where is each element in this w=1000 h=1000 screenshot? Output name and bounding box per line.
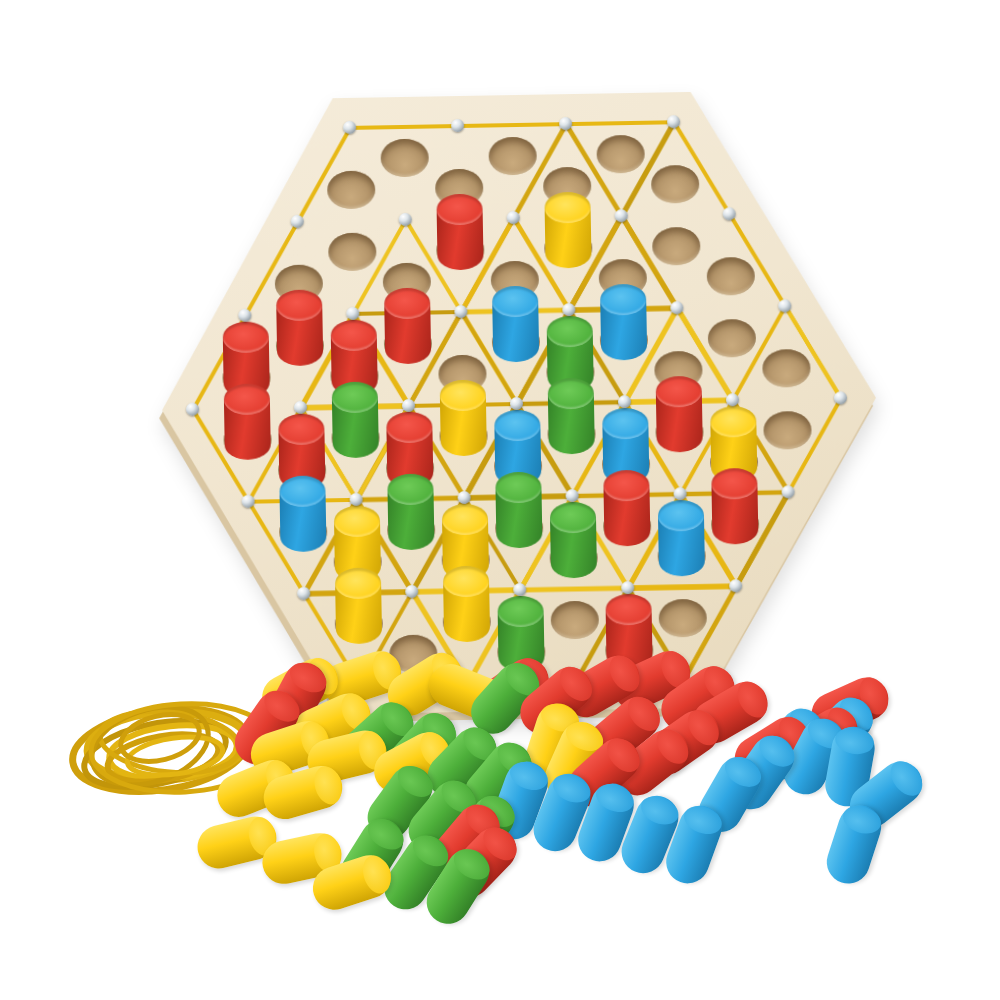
peg-green[interactable] bbox=[548, 378, 595, 455]
pile-peg-green[interactable] bbox=[419, 841, 498, 932]
steel-pin bbox=[569, 675, 582, 688]
pile-peg-blue[interactable] bbox=[527, 767, 597, 857]
pile-peg-end-cap bbox=[362, 813, 409, 856]
pile-peg-end-cap bbox=[803, 713, 850, 754]
peg-red[interactable] bbox=[605, 594, 652, 671]
pile-peg-end-cap bbox=[459, 798, 506, 843]
pile-peg-red[interactable] bbox=[775, 700, 866, 777]
peg-blue[interactable] bbox=[492, 286, 539, 363]
peg-green[interactable] bbox=[387, 474, 434, 551]
steel-pin bbox=[723, 207, 736, 220]
rubber-band[interactable] bbox=[785, 305, 841, 399]
pile-peg-end-cap bbox=[448, 843, 495, 886]
pile-peg-end-cap bbox=[592, 779, 638, 817]
peg-red[interactable] bbox=[436, 194, 483, 271]
pile-peg-green[interactable] bbox=[376, 827, 456, 917]
peg-blue[interactable] bbox=[600, 284, 647, 361]
rubber-band-coil[interactable] bbox=[55, 688, 285, 828]
pile-peg-end-cap bbox=[310, 763, 346, 808]
steel-pin bbox=[461, 677, 474, 690]
pile-peg-end-cap bbox=[491, 736, 538, 781]
pile-peg-end-cap bbox=[773, 711, 816, 758]
pile-peg-end-cap bbox=[637, 791, 683, 830]
pile-peg-green[interactable] bbox=[441, 788, 523, 878]
pile-peg-red[interactable] bbox=[424, 796, 508, 885]
pile-peg-blue[interactable] bbox=[721, 727, 802, 817]
peg-red[interactable] bbox=[384, 288, 431, 365]
peg-red[interactable] bbox=[711, 468, 758, 545]
peg-green[interactable] bbox=[332, 381, 379, 458]
pile-peg-blue[interactable] bbox=[691, 749, 768, 840]
pile-peg-green[interactable] bbox=[333, 811, 412, 902]
pile-peg-end-cap bbox=[392, 759, 439, 803]
pile-peg-end-cap bbox=[474, 789, 521, 833]
board bbox=[157, 89, 882, 717]
peg-blue[interactable] bbox=[658, 500, 705, 577]
pile-peg-blue[interactable] bbox=[776, 711, 852, 802]
pile-peg-blue[interactable] bbox=[748, 700, 832, 789]
pile-peg-yellow[interactable] bbox=[367, 725, 458, 801]
pile-peg-end-cap bbox=[296, 718, 333, 763]
pile-peg-end-cap bbox=[720, 751, 767, 793]
peg-blue[interactable] bbox=[279, 475, 326, 552]
board-wrap bbox=[157, 89, 882, 717]
peg-yellow[interactable] bbox=[544, 192, 591, 269]
peg-red[interactable] bbox=[603, 470, 650, 547]
peg-yellow[interactable] bbox=[443, 566, 490, 643]
pile-peg-yellow[interactable] bbox=[307, 850, 396, 916]
pile-peg-blue[interactable] bbox=[660, 800, 728, 890]
pile-peg-end-cap bbox=[477, 821, 523, 867]
pile-peg-end-cap bbox=[753, 729, 800, 773]
pile-peg-end-cap bbox=[549, 769, 595, 808]
pile-peg-end-cap bbox=[457, 721, 503, 767]
pile-peg-blue[interactable] bbox=[821, 800, 887, 889]
pile-peg-blue[interactable] bbox=[572, 778, 640, 868]
pile-peg-blue[interactable] bbox=[615, 789, 685, 879]
pile-peg-red[interactable] bbox=[439, 819, 526, 906]
steel-pin bbox=[186, 403, 199, 416]
pile-peg-red[interactable] bbox=[560, 730, 648, 815]
pile-peg-blue[interactable] bbox=[822, 723, 878, 809]
pile-peg-yellow[interactable] bbox=[538, 715, 610, 806]
pile-peg-end-cap bbox=[783, 702, 830, 747]
pile-peg-green[interactable] bbox=[456, 734, 540, 823]
peg-green[interactable] bbox=[495, 472, 542, 549]
product-photo-scene bbox=[0, 0, 1000, 1000]
peg-yellow[interactable] bbox=[440, 380, 487, 457]
pile-peg-red[interactable] bbox=[607, 721, 697, 804]
pile-peg-end-cap bbox=[680, 801, 726, 839]
pile-peg-end-cap bbox=[414, 727, 455, 774]
peg-red[interactable] bbox=[276, 289, 323, 366]
pile-peg-green[interactable] bbox=[359, 758, 441, 848]
peg-green[interactable] bbox=[550, 502, 597, 579]
pile-peg-end-cap bbox=[355, 728, 390, 772]
peg-red[interactable] bbox=[224, 383, 271, 460]
pile-peg-end-cap bbox=[884, 755, 928, 802]
peg-yellow[interactable] bbox=[335, 567, 382, 644]
pile-peg-end-cap bbox=[822, 702, 864, 749]
pile-peg-end-cap bbox=[358, 852, 395, 897]
pile-peg-end-cap bbox=[561, 717, 607, 757]
pile-peg-green[interactable] bbox=[419, 719, 506, 806]
peg-green[interactable] bbox=[497, 596, 544, 673]
pile-peg-end-cap bbox=[407, 829, 454, 872]
pile-peg-yellow[interactable] bbox=[303, 726, 391, 787]
pile-peg-end-cap bbox=[650, 723, 694, 770]
pile-peg-yellow[interactable] bbox=[258, 829, 345, 888]
pile-peg-green[interactable] bbox=[400, 772, 484, 861]
pile-peg-blue[interactable] bbox=[486, 756, 554, 846]
pile-peg-end-cap bbox=[311, 831, 345, 875]
pile-peg-red[interactable] bbox=[727, 709, 818, 788]
peg-red[interactable] bbox=[656, 376, 703, 453]
pile-peg-end-cap bbox=[506, 757, 552, 795]
pile-peg-end-cap bbox=[839, 801, 884, 838]
pile-peg-blue[interactable] bbox=[841, 753, 931, 836]
pile-peg-end-cap bbox=[833, 725, 876, 757]
pile-peg-end-cap bbox=[601, 732, 646, 778]
pile-peg-end-cap bbox=[435, 774, 482, 819]
